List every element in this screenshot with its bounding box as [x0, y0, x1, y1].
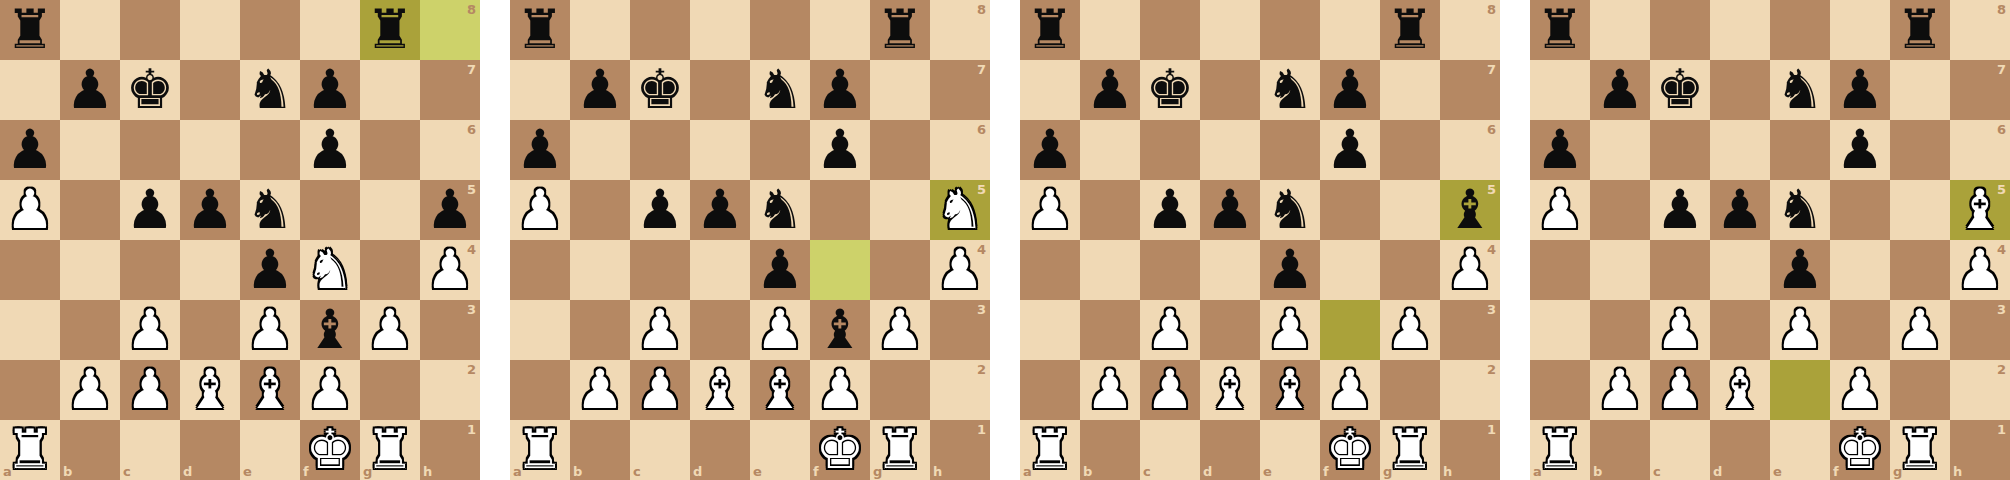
- square-c6[interactable]: [630, 120, 690, 180]
- black-pawn-piece[interactable]: ♟: [180, 180, 240, 240]
- white-king-piece[interactable]: ♚: [1830, 420, 1890, 480]
- square-g2[interactable]: [360, 360, 420, 420]
- white-pawn-piece[interactable]: ♟: [630, 360, 690, 420]
- square-a5[interactable]: ♟: [0, 180, 60, 240]
- black-pawn-piece[interactable]: ♟: [1770, 240, 1830, 300]
- square-b1[interactable]: b: [60, 420, 120, 480]
- square-d1[interactable]: d: [180, 420, 240, 480]
- black-pawn-piece[interactable]: ♟: [1830, 60, 1890, 120]
- square-g6[interactable]: [1890, 120, 1950, 180]
- square-a8[interactable]: ♜: [0, 0, 60, 60]
- square-c2[interactable]: ♟: [120, 360, 180, 420]
- square-f2[interactable]: ♟: [810, 360, 870, 420]
- square-e7[interactable]: ♞: [240, 60, 300, 120]
- square-e7[interactable]: ♞: [750, 60, 810, 120]
- square-a3[interactable]: [510, 300, 570, 360]
- square-f7[interactable]: ♟: [810, 60, 870, 120]
- white-king-piece[interactable]: ♚: [1320, 420, 1380, 480]
- square-d5[interactable]: ♟: [180, 180, 240, 240]
- square-c4[interactable]: [120, 240, 180, 300]
- square-g3[interactable]: ♟: [360, 300, 420, 360]
- square-a6[interactable]: ♟: [510, 120, 570, 180]
- black-pawn-piece[interactable]: ♟: [690, 180, 750, 240]
- square-h2[interactable]: 2: [1440, 360, 1500, 420]
- square-d2[interactable]: ♝: [180, 360, 240, 420]
- square-a5[interactable]: ♟: [510, 180, 570, 240]
- white-pawn-piece[interactable]: ♟: [510, 180, 570, 240]
- square-a2[interactable]: [1530, 360, 1590, 420]
- square-d7[interactable]: [180, 60, 240, 120]
- square-g8[interactable]: ♜: [1890, 0, 1950, 60]
- square-b4[interactable]: [1080, 240, 1140, 300]
- white-pawn-piece[interactable]: ♟: [300, 360, 360, 420]
- square-g5[interactable]: [360, 180, 420, 240]
- square-a7[interactable]: [510, 60, 570, 120]
- square-f3[interactable]: ♝: [300, 300, 360, 360]
- square-g8[interactable]: ♜: [870, 0, 930, 60]
- square-b4[interactable]: [60, 240, 120, 300]
- white-pawn-piece[interactable]: ♟: [1140, 300, 1200, 360]
- square-e2[interactable]: ♝: [750, 360, 810, 420]
- white-king-piece[interactable]: ♚: [810, 420, 870, 480]
- square-f6[interactable]: ♟: [1830, 120, 1890, 180]
- square-e3[interactable]: ♟: [750, 300, 810, 360]
- square-b6[interactable]: [1590, 120, 1650, 180]
- square-a1[interactable]: ♜a: [1530, 420, 1590, 480]
- square-a4[interactable]: [1020, 240, 1080, 300]
- black-pawn-piece[interactable]: ♟: [810, 120, 870, 180]
- black-pawn-piece[interactable]: ♟: [60, 60, 120, 120]
- square-g2[interactable]: [870, 360, 930, 420]
- square-d1[interactable]: d: [690, 420, 750, 480]
- white-pawn-piece[interactable]: ♟: [1140, 360, 1200, 420]
- square-f3[interactable]: ♝: [810, 300, 870, 360]
- square-h8[interactable]: 8: [1950, 0, 2010, 60]
- square-f2[interactable]: ♟: [1320, 360, 1380, 420]
- square-f5[interactable]: [300, 180, 360, 240]
- black-rook-piece[interactable]: ♜: [1890, 0, 1950, 60]
- square-h2[interactable]: 2: [1950, 360, 2010, 420]
- square-d1[interactable]: d: [1200, 420, 1260, 480]
- square-g4[interactable]: [870, 240, 930, 300]
- square-g4[interactable]: [1890, 240, 1950, 300]
- square-g8[interactable]: ♜: [360, 0, 420, 60]
- square-g1[interactable]: ♜g: [1380, 420, 1440, 480]
- square-b5[interactable]: [1080, 180, 1140, 240]
- square-g6[interactable]: [870, 120, 930, 180]
- square-b4[interactable]: [570, 240, 630, 300]
- square-f7[interactable]: ♟: [1830, 60, 1890, 120]
- black-knight-piece[interactable]: ♞: [750, 60, 810, 120]
- square-d3[interactable]: [690, 300, 750, 360]
- square-g1[interactable]: ♜g: [360, 420, 420, 480]
- square-b8[interactable]: [1080, 0, 1140, 60]
- black-bishop-piece[interactable]: ♝: [300, 300, 360, 360]
- square-f1[interactable]: ♚f: [1830, 420, 1890, 480]
- square-a7[interactable]: [1530, 60, 1590, 120]
- square-b6[interactable]: [60, 120, 120, 180]
- black-pawn-piece[interactable]: ♟: [300, 60, 360, 120]
- square-d5[interactable]: ♟: [1200, 180, 1260, 240]
- square-d5[interactable]: ♟: [1710, 180, 1770, 240]
- square-f6[interactable]: ♟: [1320, 120, 1380, 180]
- white-bishop-piece[interactable]: ♝: [1200, 360, 1260, 420]
- square-b8[interactable]: [1590, 0, 1650, 60]
- black-king-piece[interactable]: ♚: [1650, 60, 1710, 120]
- square-h3[interactable]: 3: [1950, 300, 2010, 360]
- white-pawn-piece[interactable]: ♟: [1770, 300, 1830, 360]
- square-h5[interactable]: ♝5: [1440, 180, 1500, 240]
- white-bishop-piece[interactable]: ♝: [240, 360, 300, 420]
- square-c7[interactable]: ♚: [120, 60, 180, 120]
- square-b2[interactable]: ♟: [1590, 360, 1650, 420]
- square-c1[interactable]: c: [630, 420, 690, 480]
- square-e6[interactable]: [240, 120, 300, 180]
- square-d6[interactable]: [690, 120, 750, 180]
- white-pawn-piece[interactable]: ♟: [1890, 300, 1950, 360]
- white-pawn-piece[interactable]: ♟: [870, 300, 930, 360]
- square-d6[interactable]: [180, 120, 240, 180]
- square-g7[interactable]: [1380, 60, 1440, 120]
- black-pawn-piece[interactable]: ♟: [630, 180, 690, 240]
- black-king-piece[interactable]: ♚: [630, 60, 690, 120]
- square-f7[interactable]: ♟: [300, 60, 360, 120]
- black-pawn-piece[interactable]: ♟: [510, 120, 570, 180]
- square-e4[interactable]: ♟: [1770, 240, 1830, 300]
- white-pawn-piece[interactable]: ♟: [1650, 360, 1710, 420]
- square-h4[interactable]: ♟4: [930, 240, 990, 300]
- square-c7[interactable]: ♚: [1650, 60, 1710, 120]
- white-king-piece[interactable]: ♚: [300, 420, 360, 480]
- square-h6[interactable]: 6: [420, 120, 480, 180]
- square-e4[interactable]: ♟: [1260, 240, 1320, 300]
- square-b3[interactable]: [570, 300, 630, 360]
- white-pawn-piece[interactable]: ♟: [1380, 300, 1440, 360]
- square-f7[interactable]: ♟: [1320, 60, 1380, 120]
- square-e7[interactable]: ♞: [1770, 60, 1830, 120]
- square-e5[interactable]: ♞: [1260, 180, 1320, 240]
- square-b1[interactable]: b: [1080, 420, 1140, 480]
- white-pawn-piece[interactable]: ♟: [1320, 360, 1380, 420]
- black-bishop-piece[interactable]: ♝: [810, 300, 870, 360]
- square-f5[interactable]: [1320, 180, 1380, 240]
- square-c5[interactable]: ♟: [630, 180, 690, 240]
- square-h4[interactable]: ♟4: [1950, 240, 2010, 300]
- black-rook-piece[interactable]: ♜: [1530, 0, 1590, 60]
- black-knight-piece[interactable]: ♞: [1260, 60, 1320, 120]
- square-b5[interactable]: [1590, 180, 1650, 240]
- square-h3[interactable]: 3: [1440, 300, 1500, 360]
- black-pawn-piece[interactable]: ♟: [1080, 60, 1140, 120]
- square-e2[interactable]: [1770, 360, 1830, 420]
- square-f2[interactable]: ♟: [300, 360, 360, 420]
- black-pawn-piece[interactable]: ♟: [1590, 60, 1650, 120]
- square-g6[interactable]: [1380, 120, 1440, 180]
- square-h2[interactable]: 2: [420, 360, 480, 420]
- square-d7[interactable]: [690, 60, 750, 120]
- square-d4[interactable]: [1200, 240, 1260, 300]
- square-f4[interactable]: [1320, 240, 1380, 300]
- black-pawn-piece[interactable]: ♟: [300, 120, 360, 180]
- square-c2[interactable]: ♟: [1650, 360, 1710, 420]
- square-h4[interactable]: ♟4: [1440, 240, 1500, 300]
- white-pawn-piece[interactable]: ♟: [810, 360, 870, 420]
- square-c7[interactable]: ♚: [1140, 60, 1200, 120]
- square-a1[interactable]: ♜a: [1020, 420, 1080, 480]
- square-e8[interactable]: [750, 0, 810, 60]
- square-a7[interactable]: [0, 60, 60, 120]
- black-pawn-piece[interactable]: ♟: [120, 180, 180, 240]
- square-e5[interactable]: ♞: [1770, 180, 1830, 240]
- square-b4[interactable]: [1590, 240, 1650, 300]
- square-b3[interactable]: [1080, 300, 1140, 360]
- square-d2[interactable]: ♝: [1710, 360, 1770, 420]
- square-c8[interactable]: [1140, 0, 1200, 60]
- square-e6[interactable]: [1260, 120, 1320, 180]
- square-h8[interactable]: 8: [420, 0, 480, 60]
- black-pawn-piece[interactable]: ♟: [0, 120, 60, 180]
- square-g6[interactable]: [360, 120, 420, 180]
- square-h7[interactable]: 7: [930, 60, 990, 120]
- square-c3[interactable]: ♟: [1140, 300, 1200, 360]
- square-f5[interactable]: [1830, 180, 1890, 240]
- square-b7[interactable]: ♟: [570, 60, 630, 120]
- square-f6[interactable]: ♟: [300, 120, 360, 180]
- square-e3[interactable]: ♟: [240, 300, 300, 360]
- square-c5[interactable]: ♟: [1650, 180, 1710, 240]
- square-c8[interactable]: [1650, 0, 1710, 60]
- square-h8[interactable]: 8: [930, 0, 990, 60]
- black-knight-piece[interactable]: ♞: [1770, 180, 1830, 240]
- square-e5[interactable]: ♞: [240, 180, 300, 240]
- square-f8[interactable]: [1320, 0, 1380, 60]
- square-g3[interactable]: ♟: [1890, 300, 1950, 360]
- white-pawn-piece[interactable]: ♟: [1020, 180, 1080, 240]
- square-a3[interactable]: [1020, 300, 1080, 360]
- square-c4[interactable]: [1140, 240, 1200, 300]
- square-d6[interactable]: [1710, 120, 1770, 180]
- square-h6[interactable]: 6: [930, 120, 990, 180]
- square-h4[interactable]: ♟4: [420, 240, 480, 300]
- black-pawn-piece[interactable]: ♟: [1710, 180, 1770, 240]
- square-d6[interactable]: [1200, 120, 1260, 180]
- black-pawn-piece[interactable]: ♟: [570, 60, 630, 120]
- white-pawn-piece[interactable]: ♟: [630, 300, 690, 360]
- square-f8[interactable]: [300, 0, 360, 60]
- white-pawn-piece[interactable]: ♟: [60, 360, 120, 420]
- square-h7[interactable]: 7: [420, 60, 480, 120]
- square-d5[interactable]: ♟: [690, 180, 750, 240]
- square-c7[interactable]: ♚: [630, 60, 690, 120]
- black-king-piece[interactable]: ♚: [120, 60, 180, 120]
- square-h3[interactable]: 3: [930, 300, 990, 360]
- square-d8[interactable]: [1200, 0, 1260, 60]
- square-d8[interactable]: [180, 0, 240, 60]
- black-king-piece[interactable]: ♚: [1140, 60, 1200, 120]
- white-pawn-piece[interactable]: ♟: [750, 300, 810, 360]
- square-b3[interactable]: [1590, 300, 1650, 360]
- square-f1[interactable]: ♚f: [810, 420, 870, 480]
- square-c1[interactable]: c: [1650, 420, 1710, 480]
- white-pawn-piece[interactable]: ♟: [1260, 300, 1320, 360]
- square-g4[interactable]: [1380, 240, 1440, 300]
- square-g5[interactable]: [1380, 180, 1440, 240]
- black-pawn-piece[interactable]: ♟: [240, 240, 300, 300]
- white-pawn-piece[interactable]: ♟: [0, 180, 60, 240]
- square-c6[interactable]: [1650, 120, 1710, 180]
- square-a2[interactable]: [1020, 360, 1080, 420]
- square-b3[interactable]: [60, 300, 120, 360]
- square-h6[interactable]: 6: [1950, 120, 2010, 180]
- square-h5[interactable]: ♝5: [1950, 180, 2010, 240]
- square-h8[interactable]: 8: [1440, 0, 1500, 60]
- square-f6[interactable]: ♟: [810, 120, 870, 180]
- black-pawn-piece[interactable]: ♟: [1530, 120, 1590, 180]
- square-f4[interactable]: [810, 240, 870, 300]
- square-e5[interactable]: ♞: [750, 180, 810, 240]
- square-c4[interactable]: [630, 240, 690, 300]
- square-a4[interactable]: [510, 240, 570, 300]
- square-h7[interactable]: 7: [1440, 60, 1500, 120]
- black-pawn-piece[interactable]: ♟: [1200, 180, 1260, 240]
- square-b6[interactable]: [570, 120, 630, 180]
- square-a5[interactable]: ♟: [1530, 180, 1590, 240]
- white-pawn-piece[interactable]: ♟: [360, 300, 420, 360]
- square-c2[interactable]: ♟: [630, 360, 690, 420]
- square-b6[interactable]: [1080, 120, 1140, 180]
- square-e7[interactable]: ♞: [1260, 60, 1320, 120]
- square-c1[interactable]: c: [120, 420, 180, 480]
- square-b7[interactable]: ♟: [1590, 60, 1650, 120]
- square-h6[interactable]: 6: [1440, 120, 1500, 180]
- square-a4[interactable]: [0, 240, 60, 300]
- square-c8[interactable]: [120, 0, 180, 60]
- square-a8[interactable]: ♜: [1530, 0, 1590, 60]
- square-h1[interactable]: h1: [930, 420, 990, 480]
- square-h7[interactable]: 7: [1950, 60, 2010, 120]
- white-bishop-piece[interactable]: ♝: [1260, 360, 1320, 420]
- white-pawn-piece[interactable]: ♟: [120, 300, 180, 360]
- square-c1[interactable]: c: [1140, 420, 1200, 480]
- square-e8[interactable]: [1260, 0, 1320, 60]
- square-e2[interactable]: ♝: [1260, 360, 1320, 420]
- white-pawn-piece[interactable]: ♟: [120, 360, 180, 420]
- white-knight-piece[interactable]: ♞: [300, 240, 360, 300]
- black-rook-piece[interactable]: ♜: [360, 0, 420, 60]
- black-rook-piece[interactable]: ♜: [870, 0, 930, 60]
- square-g7[interactable]: [360, 60, 420, 120]
- square-d7[interactable]: [1200, 60, 1260, 120]
- black-knight-piece[interactable]: ♞: [1770, 60, 1830, 120]
- black-knight-piece[interactable]: ♞: [1260, 180, 1320, 240]
- square-h5[interactable]: ♞5: [930, 180, 990, 240]
- black-knight-piece[interactable]: ♞: [240, 60, 300, 120]
- black-knight-piece[interactable]: ♞: [750, 180, 810, 240]
- square-f8[interactable]: [1830, 0, 1890, 60]
- square-a1[interactable]: ♜a: [510, 420, 570, 480]
- square-d2[interactable]: ♝: [690, 360, 750, 420]
- square-b7[interactable]: ♟: [60, 60, 120, 120]
- black-pawn-piece[interactable]: ♟: [1830, 120, 1890, 180]
- white-bishop-piece[interactable]: ♝: [750, 360, 810, 420]
- square-e8[interactable]: [1770, 0, 1830, 60]
- square-c3[interactable]: ♟: [120, 300, 180, 360]
- square-d3[interactable]: [1710, 300, 1770, 360]
- square-c2[interactable]: ♟: [1140, 360, 1200, 420]
- white-bishop-piece[interactable]: ♝: [180, 360, 240, 420]
- square-a7[interactable]: [1020, 60, 1080, 120]
- square-d7[interactable]: [1710, 60, 1770, 120]
- square-d3[interactable]: [1200, 300, 1260, 360]
- square-f8[interactable]: [810, 0, 870, 60]
- square-f1[interactable]: ♚f: [300, 420, 360, 480]
- square-d1[interactable]: d: [1710, 420, 1770, 480]
- square-g4[interactable]: [360, 240, 420, 300]
- square-g5[interactable]: [870, 180, 930, 240]
- square-c8[interactable]: [630, 0, 690, 60]
- square-g3[interactable]: ♟: [870, 300, 930, 360]
- square-f1[interactable]: ♚f: [1320, 420, 1380, 480]
- black-pawn-piece[interactable]: ♟: [1320, 120, 1380, 180]
- square-c3[interactable]: ♟: [1650, 300, 1710, 360]
- square-a3[interactable]: [0, 300, 60, 360]
- square-g2[interactable]: [1380, 360, 1440, 420]
- square-h1[interactable]: h1: [420, 420, 480, 480]
- square-b5[interactable]: [570, 180, 630, 240]
- square-a2[interactable]: [0, 360, 60, 420]
- square-b2[interactable]: ♟: [570, 360, 630, 420]
- black-pawn-piece[interactable]: ♟: [1320, 60, 1380, 120]
- white-pawn-piece[interactable]: ♟: [1830, 360, 1890, 420]
- black-rook-piece[interactable]: ♜: [1380, 0, 1440, 60]
- white-bishop-piece[interactable]: ♝: [690, 360, 750, 420]
- square-b7[interactable]: ♟: [1080, 60, 1140, 120]
- black-pawn-piece[interactable]: ♟: [1650, 180, 1710, 240]
- square-d4[interactable]: [1710, 240, 1770, 300]
- square-h2[interactable]: 2: [930, 360, 990, 420]
- square-b5[interactable]: [60, 180, 120, 240]
- square-b8[interactable]: [570, 0, 630, 60]
- square-d3[interactable]: [180, 300, 240, 360]
- square-h1[interactable]: h1: [1950, 420, 2010, 480]
- square-g2[interactable]: [1890, 360, 1950, 420]
- square-a6[interactable]: ♟: [0, 120, 60, 180]
- black-knight-piece[interactable]: ♞: [240, 180, 300, 240]
- square-e6[interactable]: [1770, 120, 1830, 180]
- square-a2[interactable]: [510, 360, 570, 420]
- square-a5[interactable]: ♟: [1020, 180, 1080, 240]
- square-c3[interactable]: ♟: [630, 300, 690, 360]
- square-f3[interactable]: [1320, 300, 1380, 360]
- square-b2[interactable]: ♟: [1080, 360, 1140, 420]
- square-e8[interactable]: [240, 0, 300, 60]
- square-d8[interactable]: [690, 0, 750, 60]
- square-d2[interactable]: ♝: [1200, 360, 1260, 420]
- white-pawn-piece[interactable]: ♟: [1530, 180, 1590, 240]
- square-g7[interactable]: [870, 60, 930, 120]
- square-g1[interactable]: ♜g: [1890, 420, 1950, 480]
- square-g8[interactable]: ♜: [1380, 0, 1440, 60]
- square-c4[interactable]: [1650, 240, 1710, 300]
- square-a6[interactable]: ♟: [1530, 120, 1590, 180]
- square-g7[interactable]: [1890, 60, 1950, 120]
- square-c6[interactable]: [1140, 120, 1200, 180]
- square-d8[interactable]: [1710, 0, 1770, 60]
- square-d4[interactable]: [690, 240, 750, 300]
- black-pawn-piece[interactable]: ♟: [1140, 180, 1200, 240]
- square-c6[interactable]: [120, 120, 180, 180]
- square-h1[interactable]: h1: [1440, 420, 1500, 480]
